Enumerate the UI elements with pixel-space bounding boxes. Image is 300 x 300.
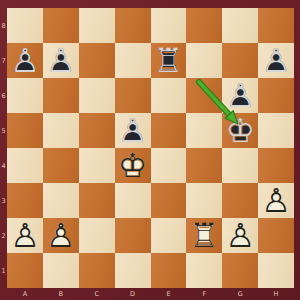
- square-b3[interactable]: [43, 183, 79, 218]
- white-rook-f2: ♜♖: [186, 218, 222, 253]
- black-pawn-outline-glyph: ♙: [7, 43, 43, 78]
- white-pawn-a2: ♟♙: [7, 218, 43, 253]
- black-pawn-a7: ♟♙: [7, 43, 43, 78]
- square-b2[interactable]: ♟♙: [43, 218, 79, 253]
- black-pawn-outline-glyph: ♙: [222, 78, 258, 113]
- square-g4[interactable]: [222, 148, 258, 183]
- square-a3[interactable]: [7, 183, 43, 218]
- square-c7[interactable]: [79, 43, 115, 78]
- square-g7[interactable]: [222, 43, 258, 78]
- square-b4[interactable]: [43, 148, 79, 183]
- square-c2[interactable]: [79, 218, 115, 253]
- square-c6[interactable]: [79, 78, 115, 113]
- square-c5[interactable]: [79, 113, 115, 148]
- white-pawn-b2: ♟♙: [43, 218, 79, 253]
- black-rook-e7: ♜♖: [151, 43, 187, 78]
- square-a5[interactable]: [7, 113, 43, 148]
- square-e2[interactable]: [151, 218, 187, 253]
- square-f3[interactable]: [186, 183, 222, 218]
- square-h3[interactable]: ♟♙: [258, 183, 294, 218]
- black-rook-outline-glyph: ♖: [151, 43, 187, 78]
- chess-board-frame: 87654321 ABCDEFGH ♟♙♟♙♜♖♟♙♟♙♟♙♚♔♚♔♟♙♟♙♟♙…: [0, 0, 300, 300]
- board: ♟♙♟♙♜♖♟♙♟♙♟♙♚♔♚♔♟♙♟♙♟♙♜♖♟♙: [7, 8, 294, 288]
- square-e5[interactable]: [151, 113, 187, 148]
- rank-label-1: 1: [0, 253, 7, 288]
- square-c3[interactable]: [79, 183, 115, 218]
- square-a2[interactable]: ♟♙: [7, 218, 43, 253]
- square-g6[interactable]: ♟♙: [222, 78, 258, 113]
- square-d2[interactable]: [115, 218, 151, 253]
- file-label-b: B: [43, 288, 79, 300]
- black-pawn-outline-glyph: ♙: [258, 43, 294, 78]
- white-king-d4: ♚♔: [115, 148, 151, 183]
- white-pawn-h3: ♟♙: [258, 183, 294, 218]
- square-e1[interactable]: [151, 253, 187, 288]
- file-label-c: C: [79, 288, 115, 300]
- square-f5[interactable]: [186, 113, 222, 148]
- square-h8[interactable]: [258, 8, 294, 43]
- square-d1[interactable]: [115, 253, 151, 288]
- square-a4[interactable]: [7, 148, 43, 183]
- square-e4[interactable]: [151, 148, 187, 183]
- square-c1[interactable]: [79, 253, 115, 288]
- square-e8[interactable]: [151, 8, 187, 43]
- rank-label-5: 5: [0, 113, 7, 148]
- white-king-outline-glyph: ♔: [115, 148, 151, 183]
- black-pawn-h7: ♟♙: [258, 43, 294, 78]
- square-d6[interactable]: [115, 78, 151, 113]
- file-label-e: E: [151, 288, 187, 300]
- square-b6[interactable]: [43, 78, 79, 113]
- square-d7[interactable]: [115, 43, 151, 78]
- file-label-g: G: [222, 288, 258, 300]
- square-a6[interactable]: [7, 78, 43, 113]
- rank-label-2: 2: [0, 218, 7, 253]
- black-pawn-b7: ♟♙: [43, 43, 79, 78]
- rank-label-4: 4: [0, 148, 7, 183]
- white-pawn-g2: ♟♙: [222, 218, 258, 253]
- square-f7[interactable]: [186, 43, 222, 78]
- rank-labels: 87654321: [0, 8, 7, 288]
- rank-label-3: 3: [0, 183, 7, 218]
- white-pawn-outline-glyph: ♙: [258, 183, 294, 218]
- file-label-d: D: [115, 288, 151, 300]
- file-label-a: A: [7, 288, 43, 300]
- square-b7[interactable]: ♟♙: [43, 43, 79, 78]
- square-h2[interactable]: [258, 218, 294, 253]
- square-c8[interactable]: [79, 8, 115, 43]
- square-a1[interactable]: [7, 253, 43, 288]
- black-king-g5: ♚♔: [222, 113, 258, 148]
- square-b5[interactable]: [43, 113, 79, 148]
- square-d8[interactable]: [115, 8, 151, 43]
- square-f6[interactable]: [186, 78, 222, 113]
- black-pawn-outline-glyph: ♙: [43, 43, 79, 78]
- square-f8[interactable]: [186, 8, 222, 43]
- white-rook-outline-glyph: ♖: [186, 218, 222, 253]
- file-labels: ABCDEFGH: [7, 288, 294, 300]
- square-d4[interactable]: ♚♔: [115, 148, 151, 183]
- square-g8[interactable]: [222, 8, 258, 43]
- square-g3[interactable]: [222, 183, 258, 218]
- rank-label-7: 7: [0, 43, 7, 78]
- square-e6[interactable]: [151, 78, 187, 113]
- file-label-h: H: [258, 288, 294, 300]
- square-b8[interactable]: [43, 8, 79, 43]
- square-e3[interactable]: [151, 183, 187, 218]
- rank-label-6: 6: [0, 78, 7, 113]
- square-g5[interactable]: ♚♔: [222, 113, 258, 148]
- rank-label-8: 8: [0, 8, 7, 43]
- square-a7[interactable]: ♟♙: [7, 43, 43, 78]
- square-h7[interactable]: ♟♙: [258, 43, 294, 78]
- white-pawn-outline-glyph: ♙: [43, 218, 79, 253]
- square-a8[interactable]: [7, 8, 43, 43]
- square-g2[interactable]: ♟♙: [222, 218, 258, 253]
- square-c4[interactable]: [79, 148, 115, 183]
- square-b1[interactable]: [43, 253, 79, 288]
- square-g1[interactable]: [222, 253, 258, 288]
- square-e7[interactable]: ♜♖: [151, 43, 187, 78]
- square-h5[interactable]: [258, 113, 294, 148]
- square-f2[interactable]: ♜♖: [186, 218, 222, 253]
- square-h1[interactable]: [258, 253, 294, 288]
- white-pawn-outline-glyph: ♙: [222, 218, 258, 253]
- file-label-f: F: [186, 288, 222, 300]
- square-d5[interactable]: ♟♙: [115, 113, 151, 148]
- black-pawn-d5: ♟♙: [115, 113, 151, 148]
- square-h4[interactable]: [258, 148, 294, 183]
- white-pawn-outline-glyph: ♙: [7, 218, 43, 253]
- square-f1[interactable]: [186, 253, 222, 288]
- square-d3[interactable]: [115, 183, 151, 218]
- black-pawn-outline-glyph: ♙: [115, 113, 151, 148]
- black-pawn-g6: ♟♙: [222, 78, 258, 113]
- square-h6[interactable]: [258, 78, 294, 113]
- black-king-outline-glyph: ♔: [222, 113, 258, 148]
- square-f4[interactable]: [186, 148, 222, 183]
